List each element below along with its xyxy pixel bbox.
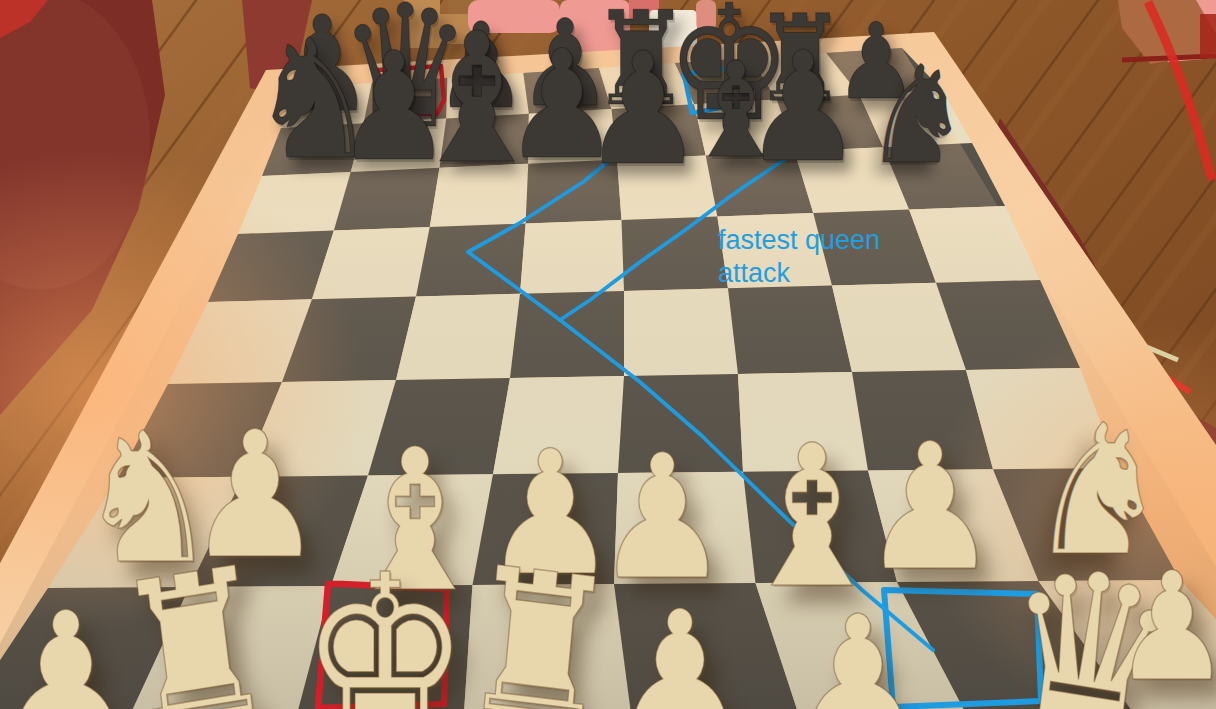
piece-white-rook-b1[interactable]: ♜ — [105, 537, 286, 709]
caption-line-1: fastest queen — [718, 224, 880, 257]
annotation-caption: fastest queen attack — [718, 224, 880, 290]
piece-black-knight-h7[interactable]: ♞ — [864, 48, 971, 183]
piece-white-pawn-g2[interactable]: ♟ — [861, 420, 999, 595]
piece-white-rook-d1[interactable]: ♜ — [452, 538, 626, 709]
piece-white-pawn-e1[interactable]: ♟ — [610, 588, 750, 709]
game-scene: ♟♛♟♟♜♚♜♟♞♟♝♟♟♝♟♞♞♟♝♟♟♝♟♞♟♜♚♜♟♟♛♟ fastest… — [0, 0, 1216, 709]
piece-black-pawn-g7[interactable]: ♟ — [743, 32, 863, 184]
piece-white-king-c1[interactable]: ♚ — [300, 546, 470, 709]
caption-line-2: attack — [718, 257, 880, 290]
piece-white-pawn-h1[interactable]: ♟ — [1113, 552, 1216, 702]
piece-white-pawn-f1[interactable]: ♟ — [788, 593, 928, 709]
